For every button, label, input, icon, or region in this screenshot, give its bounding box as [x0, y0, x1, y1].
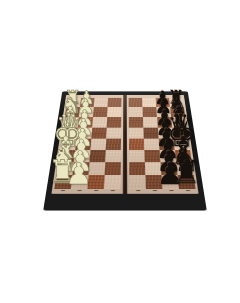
square [72, 162, 89, 175]
square [73, 150, 90, 162]
square [172, 127, 188, 138]
square [174, 150, 191, 162]
square [142, 117, 157, 127]
square [70, 175, 88, 189]
coordinate-mark [110, 190, 114, 191]
square [93, 97, 107, 106]
square [129, 162, 145, 175]
square [78, 107, 93, 117]
square [90, 138, 106, 150]
square [156, 107, 171, 117]
square [88, 162, 105, 175]
square [157, 127, 173, 138]
square [142, 97, 156, 106]
square [128, 97, 142, 106]
squares-grid-right [128, 97, 195, 188]
square [61, 127, 77, 138]
square [142, 107, 157, 117]
square [87, 175, 104, 189]
chessboard [43, 91, 207, 210]
square [159, 150, 176, 162]
square [129, 150, 145, 162]
square [66, 97, 81, 106]
square [170, 107, 185, 117]
square [58, 150, 75, 162]
photo-scene: ♜♟♟♜♞♟♟♞♝♟♟♝♛♟♟♛♚♟♟♚♝♟♟♝♞♟♟♞♜♟♟♜ [0, 0, 240, 303]
square [89, 150, 105, 162]
square [161, 175, 179, 189]
square [56, 162, 74, 175]
coordinate-mark [168, 190, 173, 191]
square [105, 150, 121, 162]
square [171, 117, 187, 127]
square [168, 97, 183, 106]
square [104, 175, 121, 189]
square [128, 117, 143, 127]
square [128, 127, 143, 138]
square [92, 107, 107, 117]
square [173, 138, 190, 150]
square [155, 97, 170, 106]
square [76, 127, 92, 138]
square [104, 162, 120, 175]
board-left-half [51, 95, 123, 193]
square [106, 117, 121, 127]
square [144, 150, 160, 162]
square [158, 138, 174, 150]
square [75, 138, 91, 150]
square [91, 127, 106, 138]
square [145, 175, 162, 189]
square [176, 162, 194, 175]
square [143, 138, 159, 150]
square [177, 175, 195, 189]
squares-grid-left [54, 97, 121, 188]
square [77, 117, 92, 127]
coordinate-mark [60, 190, 65, 191]
square [157, 117, 172, 127]
coordinate-mark [135, 190, 139, 191]
square [54, 175, 72, 189]
square [105, 138, 120, 150]
square [160, 162, 177, 175]
square [59, 138, 76, 150]
square [128, 107, 142, 117]
square [144, 162, 161, 175]
square [63, 117, 79, 127]
board-right-half [126, 95, 198, 193]
square [92, 117, 107, 127]
coordinate-mark [93, 190, 97, 191]
square [107, 107, 121, 117]
coordinate-mark [76, 190, 81, 191]
coordinate-mark [185, 190, 190, 191]
square [106, 127, 121, 138]
board-surface [51, 95, 198, 193]
square [107, 97, 121, 106]
coordinate-mark [152, 190, 156, 191]
square [79, 97, 94, 106]
square [143, 127, 158, 138]
square [129, 175, 146, 189]
square [128, 138, 143, 150]
square [64, 107, 79, 117]
